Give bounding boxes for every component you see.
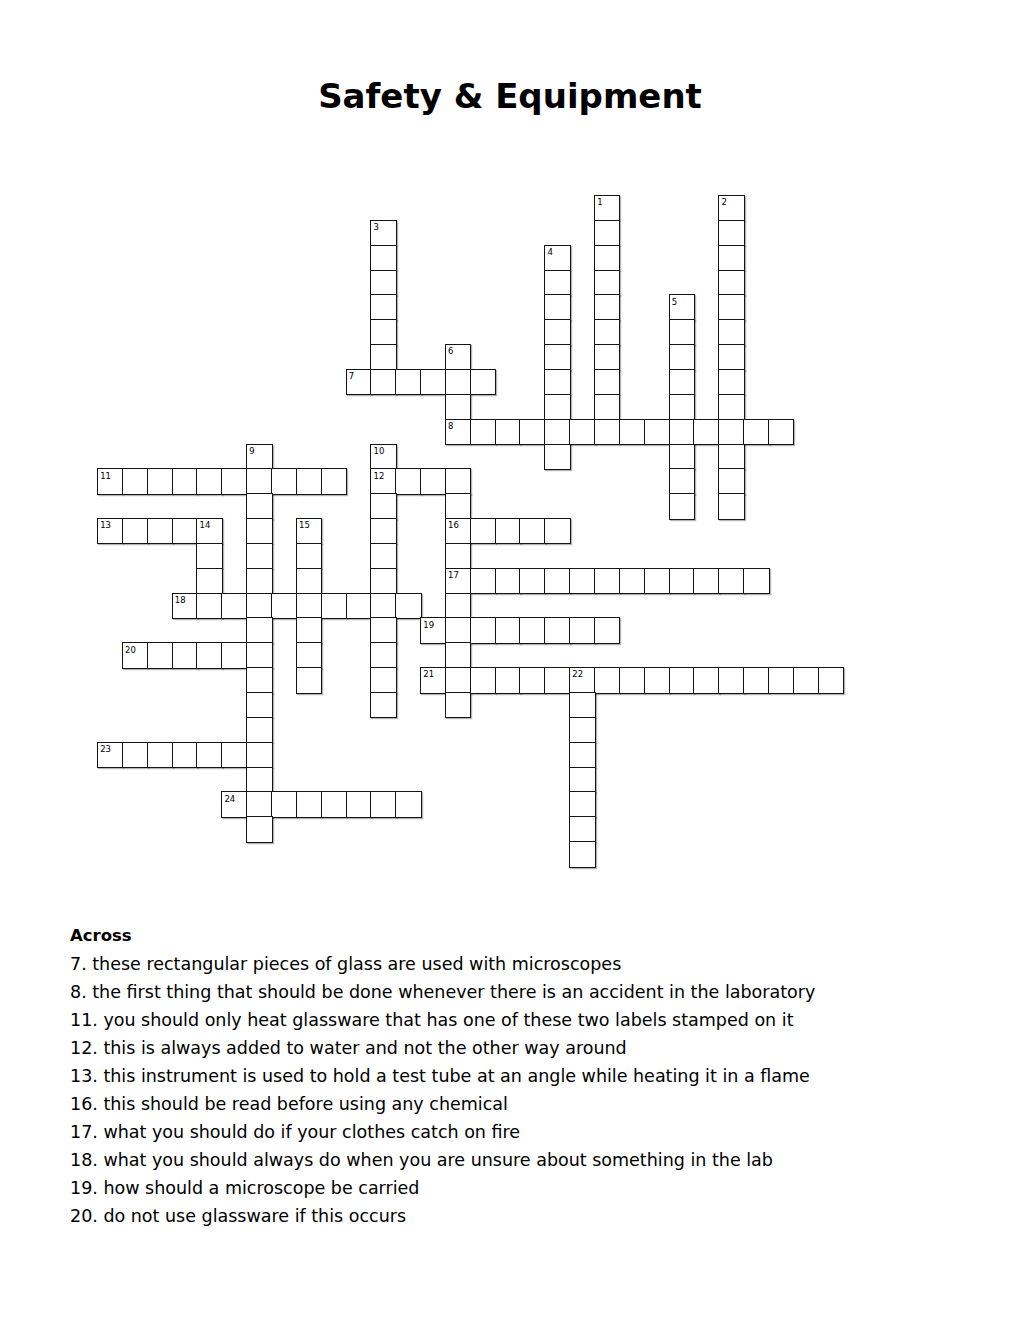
grid-cell[interactable] [718, 294, 744, 320]
grid-cell[interactable] [718, 419, 744, 445]
grid-cell[interactable] [296, 518, 322, 544]
grid-cell[interactable] [370, 444, 396, 470]
grid-cell[interactable] [718, 369, 744, 395]
grid-cell[interactable] [669, 369, 695, 395]
grid-cell[interactable] [221, 593, 247, 619]
across-clue-17: 17. what you should do if your clothes c… [70, 1118, 950, 1146]
grid-cell[interactable] [544, 419, 570, 445]
grid-cell[interactable] [246, 717, 272, 743]
grid-cell[interactable] [172, 593, 198, 619]
across-clues-header: Across [70, 922, 950, 950]
grid-cell[interactable] [445, 369, 471, 395]
grid-cell[interactable] [718, 220, 744, 246]
grid-cell[interactable] [370, 319, 396, 345]
grid-cell[interactable] [246, 593, 272, 619]
grid-cell[interactable] [445, 468, 471, 494]
grid-cell[interactable] [718, 319, 744, 345]
grid-cell[interactable] [718, 667, 744, 693]
grid-cell[interactable] [743, 419, 769, 445]
grid-cell[interactable] [445, 419, 471, 445]
grid-cell[interactable] [669, 394, 695, 420]
grid-cell[interactable] [221, 468, 247, 494]
grid-cell[interactable] [594, 419, 620, 445]
grid-cell[interactable] [420, 617, 446, 643]
grid-cell[interactable] [246, 568, 272, 594]
grid-cell[interactable] [470, 369, 496, 395]
grid-cell[interactable] [544, 245, 570, 271]
grid-cell[interactable] [718, 344, 744, 370]
grid-cell[interactable] [519, 617, 545, 643]
grid-cell[interactable] [370, 245, 396, 271]
grid-cell[interactable] [445, 667, 471, 693]
grid-cell[interactable] [395, 791, 421, 817]
grid-cell[interactable] [370, 294, 396, 320]
grid-cell[interactable] [669, 444, 695, 470]
grid-cell[interactable] [669, 568, 695, 594]
grid-cell[interactable] [246, 667, 272, 693]
grid-cell[interactable] [594, 319, 620, 345]
grid-cell[interactable] [246, 767, 272, 793]
grid-cell[interactable] [569, 742, 595, 768]
grid-cell[interactable] [321, 593, 347, 619]
grid-cell[interactable] [296, 791, 322, 817]
grid-cell[interactable] [470, 518, 496, 544]
grid-cell[interactable] [445, 593, 471, 619]
grid-cell[interactable] [196, 543, 222, 569]
grid-cell[interactable] [594, 667, 620, 693]
grid-cell[interactable] [296, 593, 322, 619]
across-clue-7: 7. these rectangular pieces of glass are… [70, 950, 950, 978]
grid-cell[interactable] [172, 742, 198, 768]
grid-cell[interactable] [569, 617, 595, 643]
grid-cell[interactable] [470, 617, 496, 643]
grid-cell[interactable] [693, 667, 719, 693]
page-title: Safety & Equipment [0, 76, 1020, 116]
grid-cell[interactable] [445, 394, 471, 420]
across-clue-18: 18. what you should always do when you a… [70, 1146, 950, 1174]
grid-cell[interactable] [370, 369, 396, 395]
grid-cell[interactable] [122, 642, 148, 668]
grid-cell[interactable] [370, 791, 396, 817]
grid-cell[interactable] [594, 394, 620, 420]
grid-cell[interactable] [718, 493, 744, 519]
grid-cell[interactable] [619, 667, 645, 693]
grid-cell[interactable] [420, 369, 446, 395]
grid-cell[interactable] [718, 468, 744, 494]
grid-cell[interactable] [296, 568, 322, 594]
grid-cell[interactable] [669, 319, 695, 345]
grid-cell[interactable] [420, 468, 446, 494]
grid-cell[interactable] [271, 791, 297, 817]
grid-cell[interactable] [470, 568, 496, 594]
grid-cell[interactable] [569, 568, 595, 594]
grid-cell[interactable] [594, 294, 620, 320]
grid-cell[interactable] [370, 518, 396, 544]
grid-cell[interactable] [346, 593, 372, 619]
grid-cell[interactable] [271, 593, 297, 619]
grid-cell[interactable] [147, 518, 173, 544]
across-clue-12: 12. this is always added to water and no… [70, 1034, 950, 1062]
grid-cell[interactable] [221, 791, 247, 817]
grid-cell[interactable] [594, 617, 620, 643]
grid-cell[interactable] [370, 493, 396, 519]
grid-cell[interactable] [296, 468, 322, 494]
grid-cell[interactable] [644, 419, 670, 445]
grid-cell[interactable] [495, 617, 521, 643]
grid-cell[interactable] [693, 419, 719, 445]
across-clues-list: 7. these rectangular pieces of glass are… [70, 950, 950, 1230]
grid-cell[interactable] [594, 369, 620, 395]
grid-cell[interactable] [718, 245, 744, 271]
grid-cell[interactable] [594, 568, 620, 594]
grid-cell[interactable] [221, 742, 247, 768]
grid-cell[interactable] [395, 369, 421, 395]
grid-cell[interactable] [495, 667, 521, 693]
grid-cell[interactable] [445, 344, 471, 370]
grid-cell[interactable] [420, 667, 446, 693]
grid-cell[interactable] [768, 667, 794, 693]
grid-cell[interactable] [495, 518, 521, 544]
grid-cell[interactable] [544, 518, 570, 544]
grid-cell[interactable] [122, 742, 148, 768]
grid-cell[interactable] [246, 692, 272, 718]
grid-cell[interactable] [544, 270, 570, 296]
grid-cell[interactable] [569, 791, 595, 817]
grid-cell[interactable] [370, 568, 396, 594]
grid-cell[interactable] [445, 543, 471, 569]
grid-cell[interactable] [519, 419, 545, 445]
grid-cell[interactable] [569, 667, 595, 693]
grid-cell[interactable] [544, 617, 570, 643]
grid-cell[interactable] [370, 543, 396, 569]
grid-cell[interactable] [296, 642, 322, 668]
grid-cell[interactable] [370, 692, 396, 718]
grid-cell[interactable] [196, 468, 222, 494]
grid-cell[interactable] [346, 369, 372, 395]
crossword-grid: 123456789101112131415161718192021222324 [97, 195, 845, 868]
grid-cell[interactable] [470, 667, 496, 693]
grid-cell[interactable] [669, 468, 695, 494]
grid-cell[interactable] [172, 642, 198, 668]
grid-cell[interactable] [718, 568, 744, 594]
grid-cell[interactable] [122, 468, 148, 494]
grid-cell[interactable] [544, 369, 570, 395]
grid-cell[interactable] [544, 319, 570, 345]
grid-cell[interactable] [768, 419, 794, 445]
grid-cell[interactable] [445, 692, 471, 718]
grid-cell[interactable] [370, 593, 396, 619]
grid-cell[interactable] [246, 493, 272, 519]
grid-cell[interactable] [544, 444, 570, 470]
grid-cell[interactable] [370, 270, 396, 296]
grid-cell[interactable] [196, 642, 222, 668]
grid-cell[interactable] [594, 270, 620, 296]
grid-cell[interactable] [519, 518, 545, 544]
grid-cell[interactable] [346, 791, 372, 817]
grid-cell[interactable] [519, 568, 545, 594]
grid-cell[interactable] [495, 568, 521, 594]
grid-cell[interactable] [818, 667, 844, 693]
grid-cell[interactable] [569, 841, 595, 867]
grid-cell[interactable] [246, 642, 272, 668]
across-clue-13: 13. this instrument is used to hold a te… [70, 1062, 950, 1090]
grid-cell[interactable] [97, 742, 123, 768]
grid-cell[interactable] [569, 692, 595, 718]
grid-cell[interactable] [619, 419, 645, 445]
grid-cell[interactable] [395, 468, 421, 494]
grid-cell[interactable] [246, 518, 272, 544]
grid-cell[interactable] [569, 419, 595, 445]
grid-cell[interactable] [594, 344, 620, 370]
grid-cell[interactable] [519, 667, 545, 693]
grid-cell[interactable] [445, 493, 471, 519]
grid-cell[interactable] [296, 667, 322, 693]
grid-cell[interactable] [669, 344, 695, 370]
across-clue-8: 8. the first thing that should be done w… [70, 978, 950, 1006]
grid-cell[interactable] [147, 742, 173, 768]
grid-cell[interactable] [370, 642, 396, 668]
grid-cell[interactable] [196, 518, 222, 544]
grid-cell[interactable] [569, 816, 595, 842]
grid-cell[interactable] [743, 667, 769, 693]
grid-cell[interactable] [445, 568, 471, 594]
grid-cell[interactable] [569, 717, 595, 743]
grid-cell[interactable] [147, 642, 173, 668]
grid-cell[interactable] [196, 568, 222, 594]
grid-cell[interactable] [544, 294, 570, 320]
grid-cell[interactable] [122, 518, 148, 544]
grid-cell[interactable] [296, 543, 322, 569]
grid-cell[interactable] [246, 543, 272, 569]
across-clue-11: 11. you should only heat glassware that … [70, 1006, 950, 1034]
grid-cell[interactable] [147, 468, 173, 494]
grid-cell[interactable] [172, 518, 198, 544]
grid-cell[interactable] [370, 344, 396, 370]
grid-cell[interactable] [370, 667, 396, 693]
clues-section: Across 7. these rectangular pieces of gl… [70, 922, 950, 1230]
grid-cell[interactable] [743, 568, 769, 594]
grid-cell[interactable] [246, 742, 272, 768]
grid-cell[interactable] [321, 791, 347, 817]
grid-cell[interactable] [544, 344, 570, 370]
grid-cell[interactable] [97, 468, 123, 494]
grid-cell[interactable] [693, 568, 719, 594]
across-clue-20: 20. do not use glassware if this occurs [70, 1202, 950, 1230]
grid-cell[interactable] [669, 419, 695, 445]
across-clue-19: 19. how should a microscope be carried [70, 1174, 950, 1202]
grid-cell[interactable] [644, 568, 670, 594]
grid-cell[interactable] [718, 270, 744, 296]
grid-cell[interactable] [246, 617, 272, 643]
grid-cell[interactable] [445, 518, 471, 544]
grid-cell[interactable] [395, 593, 421, 619]
grid-cell[interactable] [321, 468, 347, 494]
grid-cell[interactable] [196, 593, 222, 619]
grid-cell[interactable] [644, 667, 670, 693]
grid-cell[interactable] [246, 444, 272, 470]
grid-cell[interactable] [445, 642, 471, 668]
grid-cell[interactable] [221, 642, 247, 668]
grid-cell[interactable] [594, 245, 620, 271]
grid-cell[interactable] [246, 791, 272, 817]
grid-cell[interactable] [718, 195, 744, 221]
across-clue-16: 16. this should be read before using any… [70, 1090, 950, 1118]
grid-cell[interactable] [246, 468, 272, 494]
grid-cell[interactable] [445, 617, 471, 643]
grid-cell[interactable] [544, 568, 570, 594]
grid-cell[interactable] [718, 444, 744, 470]
grid-cell[interactable] [196, 742, 222, 768]
grid-cell[interactable] [669, 667, 695, 693]
grid-cell[interactable] [594, 220, 620, 246]
grid-cell[interactable] [97, 518, 123, 544]
grid-cell[interactable] [470, 419, 496, 445]
grid-cell[interactable] [370, 220, 396, 246]
grid-cell[interactable] [544, 394, 570, 420]
grid-cell[interactable] [669, 294, 695, 320]
grid-cell[interactable] [271, 468, 297, 494]
grid-cell[interactable] [544, 667, 570, 693]
grid-cell[interactable] [569, 767, 595, 793]
grid-cell[interactable] [296, 617, 322, 643]
grid-cell[interactable] [669, 493, 695, 519]
grid-cell[interactable] [718, 394, 744, 420]
grid-cell[interactable] [370, 617, 396, 643]
grid-cell[interactable] [619, 568, 645, 594]
grid-cell[interactable] [793, 667, 819, 693]
grid-cell[interactable] [495, 419, 521, 445]
grid-cell[interactable] [246, 816, 272, 842]
grid-cell[interactable] [594, 195, 620, 221]
grid-cell[interactable] [172, 468, 198, 494]
grid-cell[interactable] [370, 468, 396, 494]
